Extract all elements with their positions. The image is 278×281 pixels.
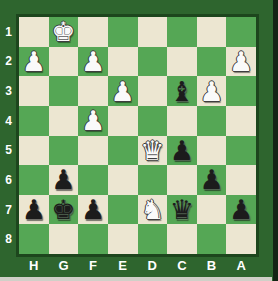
rank-label-1: 1 — [0, 17, 17, 47]
square-h7[interactable]: ♟ — [19, 195, 49, 225]
square-d3[interactable] — [138, 76, 168, 106]
square-e4[interactable] — [108, 106, 138, 136]
square-b4[interactable] — [197, 106, 227, 136]
chess-diagram: 12345678 ♚♟♟♟♟♝♟♟♛♟♟♟♟♚♟♞♛♟ HGFEDCBA — [0, 0, 278, 281]
square-c4[interactable] — [167, 106, 197, 136]
square-e6[interactable] — [108, 165, 138, 195]
white-pawn-f4[interactable]: ♟ — [81, 106, 105, 135]
square-d6[interactable] — [138, 165, 168, 195]
white-queen-d5[interactable]: ♛ — [140, 136, 164, 165]
white-king-g1[interactable]: ♚ — [51, 17, 75, 46]
black-pawn-f7[interactable]: ♟ — [81, 195, 105, 224]
board-frame: ♚♟♟♟♟♝♟♟♛♟♟♟♟♚♟♞♛♟ — [16, 14, 259, 257]
rank-label-8: 8 — [0, 224, 17, 254]
square-e5[interactable] — [108, 136, 138, 166]
rank-labels: 12345678 — [0, 17, 17, 254]
rank-label-6: 6 — [0, 165, 17, 195]
square-g7[interactable]: ♚ — [49, 195, 79, 225]
square-e2[interactable] — [108, 47, 138, 77]
black-pawn-g6[interactable]: ♟ — [51, 165, 75, 194]
square-g2[interactable] — [49, 47, 79, 77]
square-d2[interactable] — [138, 47, 168, 77]
square-a6[interactable] — [226, 165, 256, 195]
square-c2[interactable] — [167, 47, 197, 77]
square-a1[interactable] — [226, 17, 256, 47]
bottom-edge-strip — [0, 277, 272, 281]
rank-label-5: 5 — [0, 136, 17, 166]
square-b1[interactable] — [197, 17, 227, 47]
square-b3[interactable]: ♟ — [197, 76, 227, 106]
square-c6[interactable] — [167, 165, 197, 195]
white-knight-d7[interactable]: ♞ — [140, 195, 164, 224]
square-f1[interactable] — [78, 17, 108, 47]
black-pawn-a7[interactable]: ♟ — [229, 195, 253, 224]
square-h3[interactable] — [19, 76, 49, 106]
square-a5[interactable] — [226, 136, 256, 166]
square-d4[interactable] — [138, 106, 168, 136]
square-a7[interactable]: ♟ — [226, 195, 256, 225]
white-pawn-b3[interactable]: ♟ — [199, 77, 223, 106]
square-f5[interactable] — [78, 136, 108, 166]
square-f2[interactable]: ♟ — [78, 47, 108, 77]
square-a2[interactable]: ♟ — [226, 47, 256, 77]
square-h6[interactable] — [19, 165, 49, 195]
rank-label-3: 3 — [0, 76, 17, 106]
square-g1[interactable]: ♚ — [49, 17, 79, 47]
file-label-e: E — [108, 256, 138, 274]
file-label-d: D — [138, 256, 168, 274]
square-f3[interactable] — [78, 76, 108, 106]
square-f6[interactable] — [78, 165, 108, 195]
square-g4[interactable] — [49, 106, 79, 136]
square-b7[interactable] — [197, 195, 227, 225]
white-pawn-a2[interactable]: ♟ — [229, 47, 253, 76]
square-c1[interactable] — [167, 17, 197, 47]
chess-board: ♚♟♟♟♟♝♟♟♛♟♟♟♟♚♟♞♛♟ — [19, 17, 256, 254]
square-d7[interactable]: ♞ — [138, 195, 168, 225]
white-pawn-e3[interactable]: ♟ — [111, 77, 135, 106]
square-c3[interactable]: ♝ — [167, 76, 197, 106]
file-label-a: A — [226, 256, 256, 274]
black-bishop-c3[interactable]: ♝ — [170, 77, 194, 106]
square-e3[interactable]: ♟ — [108, 76, 138, 106]
square-a8[interactable] — [226, 224, 256, 254]
black-pawn-c5[interactable]: ♟ — [170, 136, 194, 165]
square-g3[interactable] — [49, 76, 79, 106]
white-pawn-h2[interactable]: ♟ — [22, 47, 46, 76]
black-pawn-b6[interactable]: ♟ — [199, 165, 223, 194]
white-pawn-f2[interactable]: ♟ — [81, 47, 105, 76]
square-c5[interactable]: ♟ — [167, 136, 197, 166]
file-label-f: F — [78, 256, 108, 274]
square-g8[interactable] — [49, 224, 79, 254]
file-label-b: B — [197, 256, 227, 274]
square-b6[interactable]: ♟ — [197, 165, 227, 195]
square-b2[interactable] — [197, 47, 227, 77]
square-f7[interactable]: ♟ — [78, 195, 108, 225]
square-b5[interactable] — [197, 136, 227, 166]
square-h2[interactable]: ♟ — [19, 47, 49, 77]
black-king-g7[interactable]: ♚ — [51, 195, 75, 224]
square-g6[interactable]: ♟ — [49, 165, 79, 195]
rank-label-4: 4 — [0, 106, 17, 136]
square-d5[interactable]: ♛ — [138, 136, 168, 166]
square-c8[interactable] — [167, 224, 197, 254]
file-label-c: C — [167, 256, 197, 274]
square-g5[interactable] — [49, 136, 79, 166]
square-b8[interactable] — [197, 224, 227, 254]
square-a3[interactable] — [226, 76, 256, 106]
square-d8[interactable] — [138, 224, 168, 254]
square-e8[interactable] — [108, 224, 138, 254]
square-f8[interactable] — [78, 224, 108, 254]
rank-label-7: 7 — [0, 195, 17, 225]
file-label-h: H — [19, 256, 49, 274]
square-f4[interactable]: ♟ — [78, 106, 108, 136]
rank-label-2: 2 — [0, 47, 17, 77]
square-a4[interactable] — [226, 106, 256, 136]
square-d1[interactable] — [138, 17, 168, 47]
square-h8[interactable] — [19, 224, 49, 254]
square-h1[interactable] — [19, 17, 49, 47]
square-c7[interactable]: ♛ — [167, 195, 197, 225]
square-e7[interactable] — [108, 195, 138, 225]
right-edge-strip — [273, 0, 278, 281]
black-queen-c7[interactable]: ♛ — [170, 195, 194, 224]
square-e1[interactable] — [108, 17, 138, 47]
black-pawn-h7[interactable]: ♟ — [22, 195, 46, 224]
square-h5[interactable] — [19, 136, 49, 166]
file-label-g: G — [49, 256, 79, 274]
square-h4[interactable] — [19, 106, 49, 136]
file-labels: HGFEDCBA — [19, 256, 256, 274]
